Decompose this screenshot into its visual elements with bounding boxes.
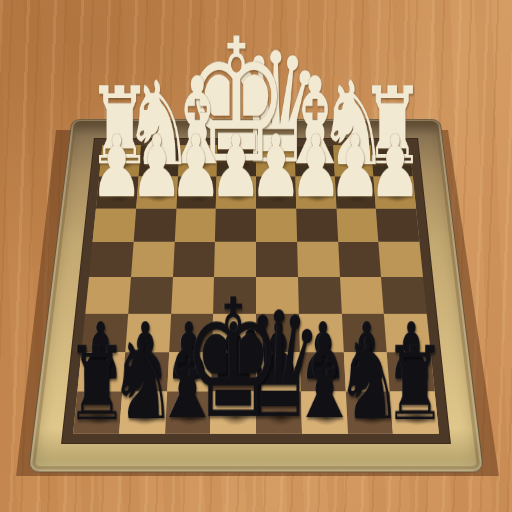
square-f3[interactable]	[174, 208, 216, 242]
square-h8[interactable]: ♜	[73, 392, 122, 434]
piece-black-king[interactable]: ♚	[183, 296, 283, 423]
square-g3[interactable]	[133, 208, 176, 242]
chess-board-frame: ♜♞♝♚♛♝♞♜♟♟♟♟♟♟♟♟♟♟♟♟♟♟♟♟♜♞♝♚♛♝♞♜	[28, 119, 484, 473]
square-h4[interactable]	[89, 242, 133, 277]
piece-black-rook[interactable]: ♜	[66, 344, 128, 424]
square-e3[interactable]	[215, 208, 256, 242]
square-b3[interactable]	[336, 208, 379, 242]
square-c8[interactable]: ♝	[301, 392, 348, 434]
square-d3[interactable]	[256, 208, 297, 242]
square-h3[interactable]	[93, 208, 136, 242]
square-c4[interactable]	[297, 242, 340, 277]
square-a4[interactable]	[379, 242, 423, 277]
squares: ♜♞♝♚♛♝♞♜♟♟♟♟♟♟♟♟♟♟♟♟♟♟♟♟♜♞♝♚♛♝♞♜	[62, 139, 449, 443]
square-a3[interactable]	[376, 208, 419, 242]
piece-black-rook[interactable]: ♜	[384, 344, 446, 424]
square-e8[interactable]: ♚	[210, 392, 256, 434]
square-b4[interactable]	[338, 242, 382, 277]
piece-white-pawn[interactable]: ♟	[369, 133, 421, 200]
table-surface: ♜♞♝♚♛♝♞♜♟♟♟♟♟♟♟♟♟♟♟♟♟♟♟♟♜♞♝♚♛♝♞♜	[0, 0, 512, 512]
piece-black-bishop[interactable]: ♝	[289, 334, 359, 424]
square-c3[interactable]	[296, 208, 338, 242]
square-g4[interactable]	[131, 242, 175, 277]
square-a2[interactable]: ♟	[374, 176, 416, 208]
square-a8[interactable]: ♜	[390, 392, 439, 434]
